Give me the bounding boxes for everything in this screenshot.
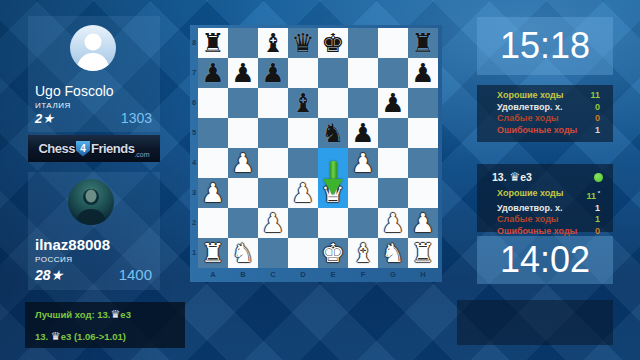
white-pawn: ♟ — [408, 208, 438, 238]
player-country-top: ИТАЛИЯ — [35, 101, 71, 110]
stat-row: Ошибочные ходы1 — [477, 125, 613, 137]
square-a5[interactable] — [198, 118, 228, 148]
player-name-bottom: ilnaz88008 — [35, 236, 110, 253]
square-f5[interactable]: ♟ — [348, 118, 378, 148]
stat-value: 1 — [595, 214, 600, 226]
white-knight: ♞ — [378, 238, 408, 268]
stat-row: Слабые ходы0 — [477, 113, 613, 125]
square-b6[interactable] — [228, 88, 258, 118]
square-e7[interactable] — [318, 58, 348, 88]
file-label-a: A — [198, 268, 228, 282]
file-labels: ABCDEFGH — [198, 268, 438, 282]
square-a6[interactable] — [198, 88, 228, 118]
move-stats-panel: 13. ♛e3 Хорошие ходы11 *Удовлетвор. х.1С… — [477, 164, 613, 232]
square-g5[interactable] — [378, 118, 408, 148]
black-rook: ♜ — [408, 28, 438, 58]
app-window: Ugo Foscolo ИТАЛИЯ 2★ 1303 Chess 4 Frien… — [0, 0, 640, 360]
square-g7[interactable] — [378, 58, 408, 88]
square-b8[interactable] — [228, 28, 258, 58]
square-d2[interactable] — [288, 208, 318, 238]
square-h5[interactable] — [408, 118, 438, 148]
white-pawn: ♟ — [198, 178, 228, 208]
move-arrow-head-icon — [323, 179, 343, 195]
stat-label: Хорошие ходы — [497, 90, 563, 102]
square-a4[interactable] — [198, 148, 228, 178]
rank-labels: 87654321 — [190, 28, 198, 268]
square-f3[interactable] — [348, 178, 378, 208]
square-b3[interactable] — [228, 178, 258, 208]
square-f7[interactable] — [348, 58, 378, 88]
white-pawn: ♟ — [378, 208, 408, 238]
white-pawn: ♟ — [288, 178, 318, 208]
file-label-f: F — [348, 268, 378, 282]
file-label-d: D — [288, 268, 318, 282]
stat-row: Слабые ходы1 — [477, 214, 613, 226]
white-bishop: ♝ — [348, 238, 378, 268]
rank-label-5: 5 — [190, 118, 198, 148]
clock-top: 15:18 — [477, 17, 613, 75]
logo: Chess 4 Friends .com — [28, 135, 160, 162]
white-king: ♚ — [318, 238, 348, 268]
bottom-right-panel — [457, 300, 613, 345]
square-h6[interactable] — [408, 88, 438, 118]
best-move-line: Лучший ход: 13.♛e3 — [35, 308, 131, 321]
logo-com-text: .com — [134, 151, 149, 158]
rank-label-8: 8 — [190, 28, 198, 58]
rank-label-1: 1 — [190, 238, 198, 268]
file-label-h: H — [408, 268, 438, 282]
square-a3[interactable]: ♟ — [198, 178, 228, 208]
black-bishop: ♝ — [258, 28, 288, 58]
move-arrow-shaft — [330, 161, 337, 179]
stat-label: Слабые ходы — [497, 214, 559, 226]
black-rook: ♜ — [198, 28, 228, 58]
square-d8[interactable]: ♛ — [288, 28, 318, 58]
square-c3[interactable] — [258, 178, 288, 208]
rank-label-2: 2 — [190, 208, 198, 238]
square-h4[interactable] — [408, 148, 438, 178]
square-c6[interactable] — [258, 88, 288, 118]
move-quality-dot — [594, 173, 603, 182]
stat-label: Ошибочные ходы — [497, 125, 577, 137]
move-label: 13. ♛e3 — [492, 170, 532, 184]
stat-row: Удовлетвор. х.0 — [477, 102, 613, 114]
white-queen-glyph: ♛ — [51, 330, 61, 343]
square-g3[interactable] — [378, 178, 408, 208]
stat-label: Слабые ходы — [497, 113, 559, 125]
stat-label: Хорошие ходы — [497, 188, 563, 203]
black-pawn: ♟ — [258, 58, 288, 88]
square-e5[interactable]: ♞ — [318, 118, 348, 148]
black-pawn: ♟ — [228, 58, 258, 88]
square-g6[interactable]: ♟ — [378, 88, 408, 118]
eval-line: 13. ♛e3 (1.06->1.01) — [35, 330, 126, 343]
chess-board: 87654321 ♜♝♛♚♜♟♟♟♟♝♟♞♟♟♟♟♟♛♟♟♟♜♞♚♝♞♜ ABC… — [190, 25, 442, 282]
square-h8[interactable]: ♜ — [408, 28, 438, 58]
white-queen-glyph: ♛ — [110, 308, 120, 321]
logo-chess-text: Chess — [38, 141, 75, 156]
square-f4[interactable]: ♟ — [348, 148, 378, 178]
square-c8[interactable]: ♝ — [258, 28, 288, 58]
square-b2[interactable] — [228, 208, 258, 238]
square-e8[interactable]: ♚ — [318, 28, 348, 58]
white-pawn: ♟ — [348, 148, 378, 178]
stat-row: Удовлетвор. х.1 — [477, 203, 613, 215]
rank-label-3: 3 — [190, 178, 198, 208]
square-a8[interactable]: ♜ — [198, 28, 228, 58]
player-rating-top: 1303 — [35, 110, 152, 126]
logo-friends-text: Friends — [91, 141, 134, 156]
stat-value: 1 — [595, 125, 600, 137]
stat-value: 0 — [595, 113, 600, 125]
player-rating-bottom: 1400 — [35, 266, 152, 283]
black-queen: ♛ — [288, 28, 318, 58]
square-a7[interactable]: ♟ — [198, 58, 228, 88]
stats-panel-top: Хорошие ходы11Удовлетвор. х.0Слабые ходы… — [477, 85, 613, 142]
player-country-bottom: РОССИЯ — [35, 255, 72, 264]
move-header: 13. ♛e3 — [477, 164, 613, 188]
square-c4[interactable] — [258, 148, 288, 178]
square-d6[interactable]: ♝ — [288, 88, 318, 118]
file-label-c: C — [258, 268, 288, 282]
square-b7[interactable]: ♟ — [228, 58, 258, 88]
square-a1[interactable]: ♜ — [198, 238, 228, 268]
white-pawn: ♟ — [258, 208, 288, 238]
board-grid: ♜♝♛♚♜♟♟♟♟♝♟♞♟♟♟♟♟♛♟♟♟♜♞♚♝♞♜ — [198, 28, 438, 268]
black-pawn: ♟ — [198, 58, 228, 88]
square-b4[interactable]: ♟ — [228, 148, 258, 178]
white-rook: ♜ — [198, 238, 228, 268]
square-d3[interactable]: ♟ — [288, 178, 318, 208]
stat-label: Удовлетвор. х. — [497, 102, 562, 114]
square-d1[interactable] — [288, 238, 318, 268]
square-f8[interactable] — [348, 28, 378, 58]
file-label-g: G — [378, 268, 408, 282]
black-knight: ♞ — [318, 118, 348, 148]
square-g8[interactable] — [378, 28, 408, 58]
black-pawn: ♟ — [378, 88, 408, 118]
person-photo-icon — [68, 179, 114, 225]
square-e2[interactable] — [318, 208, 348, 238]
file-label-b: B — [228, 268, 258, 282]
square-h3[interactable] — [408, 178, 438, 208]
avatar-top — [70, 25, 116, 71]
square-h1[interactable]: ♜ — [408, 238, 438, 268]
square-g2[interactable]: ♟ — [378, 208, 408, 238]
square-b1[interactable]: ♞ — [228, 238, 258, 268]
logo-shield-icon: 4 — [76, 141, 90, 157]
square-d4[interactable] — [288, 148, 318, 178]
rank-label-4: 4 — [190, 148, 198, 178]
square-c5[interactable] — [258, 118, 288, 148]
stat-row: Хорошие ходы11 — [477, 90, 613, 102]
stat-value-mark: * — [596, 190, 600, 196]
square-c1[interactable] — [258, 238, 288, 268]
clock-bottom: 14:02 — [477, 236, 613, 284]
stat-value: 11 * — [586, 188, 600, 203]
white-knight: ♞ — [228, 238, 258, 268]
white-queen-glyph: ♛ — [510, 170, 521, 184]
square-e1[interactable]: ♚ — [318, 238, 348, 268]
square-c2[interactable]: ♟ — [258, 208, 288, 238]
black-king: ♚ — [318, 28, 348, 58]
stat-value: 1 — [595, 203, 600, 215]
stat-value: 11 — [590, 90, 600, 102]
square-d5[interactable] — [288, 118, 318, 148]
stat-row: Хорошие ходы11 * — [477, 188, 613, 203]
file-label-e: E — [318, 268, 348, 282]
avatar-bottom — [68, 179, 114, 225]
square-a2[interactable] — [198, 208, 228, 238]
rank-label-6: 6 — [190, 88, 198, 118]
square-h7[interactable]: ♟ — [408, 58, 438, 88]
square-c7[interactable]: ♟ — [258, 58, 288, 88]
square-h2[interactable]: ♟ — [408, 208, 438, 238]
person-icon — [70, 25, 116, 71]
square-f6[interactable] — [348, 88, 378, 118]
stat-value: 0 — [595, 102, 600, 114]
square-e6[interactable] — [318, 88, 348, 118]
white-rook: ♜ — [408, 238, 438, 268]
black-pawn: ♟ — [408, 58, 438, 88]
square-d7[interactable] — [288, 58, 318, 88]
square-g4[interactable] — [378, 148, 408, 178]
white-pawn: ♟ — [228, 148, 258, 178]
analysis-panel: Лучший ход: 13.♛e3 13. ♛e3 (1.06->1.01) — [25, 302, 185, 348]
square-b5[interactable] — [228, 118, 258, 148]
player-name-top: Ugo Foscolo — [35, 83, 114, 99]
square-f1[interactable]: ♝ — [348, 238, 378, 268]
stat-label: Удовлетвор. х. — [497, 203, 562, 215]
black-bishop: ♝ — [288, 88, 318, 118]
rank-label-7: 7 — [190, 58, 198, 88]
square-f2[interactable] — [348, 208, 378, 238]
black-pawn: ♟ — [348, 118, 378, 148]
square-g1[interactable]: ♞ — [378, 238, 408, 268]
